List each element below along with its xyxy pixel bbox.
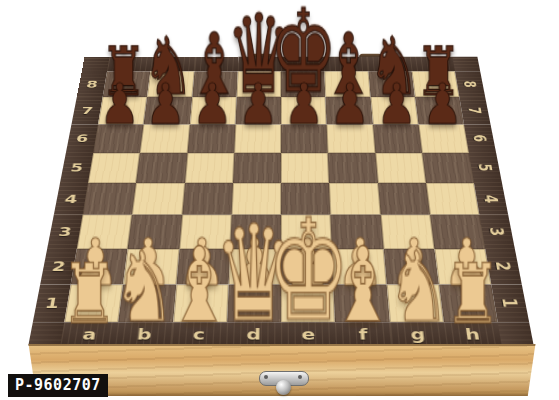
file-label-h: h [444, 322, 502, 345]
square-d7: ♟ [235, 97, 281, 124]
file-label-d: d [226, 322, 281, 345]
rank-label-right-3: 3 [479, 215, 514, 249]
board-frame [28, 322, 64, 345]
watermark-label: P-9602707 [8, 374, 108, 397]
square-h5 [422, 153, 474, 183]
rank-label-right-text: 7 [464, 107, 485, 114]
square-e8: ♚ [281, 71, 326, 97]
chess-set-photo: 8♜♞♝♛♚♝♞♜87♟♟♟♟♟♟♟♟7665544332♟♟♟♟♟♟♟♟21♜… [0, 0, 559, 400]
board-frame [410, 57, 455, 71]
square-g7: ♟ [370, 97, 418, 124]
square-f2: ♟ [332, 249, 386, 285]
square-c6 [187, 124, 235, 153]
square-c5 [185, 153, 235, 183]
board-frame [324, 57, 368, 71]
square-a7: ♟ [98, 97, 147, 124]
board-scene: 8♜♞♝♛♚♝♞♜87♟♟♟♟♟♟♟♟7665544332♟♟♟♟♟♟♟♟21♜… [0, 0, 559, 400]
square-f3 [331, 215, 383, 249]
file-label-e: e [281, 322, 336, 345]
square-g4 [378, 183, 430, 215]
file-label-c: c [171, 322, 227, 345]
square-b4 [132, 183, 184, 215]
square-a8: ♜ [103, 71, 151, 97]
square-d1: ♛ [227, 284, 281, 322]
square-g8: ♞ [368, 71, 415, 97]
board-frame [151, 57, 196, 71]
square-c4 [182, 183, 233, 215]
file-label-b: b [115, 322, 172, 345]
rank-label-right-text: 2 [491, 262, 515, 271]
board-frame [107, 57, 152, 71]
rank-label-right-text: 4 [480, 195, 503, 203]
square-g6 [372, 124, 421, 153]
square-d5 [233, 153, 281, 183]
square-d4 [231, 183, 281, 215]
square-e3 [281, 215, 332, 249]
square-f4 [329, 183, 380, 215]
square-c2: ♟ [176, 249, 230, 285]
square-a3 [77, 215, 132, 249]
square-a6 [93, 124, 144, 153]
board-frame [498, 322, 534, 345]
square-g1: ♞ [386, 284, 443, 322]
square-b8: ♞ [147, 71, 194, 97]
screw-icon [264, 375, 268, 379]
square-h7: ♟ [415, 97, 464, 124]
rank-label-right-5: 5 [469, 153, 502, 183]
square-f7: ♟ [326, 97, 373, 124]
board-frame [281, 57, 324, 71]
square-b7: ♟ [144, 97, 192, 124]
rank-label-right-6: 6 [464, 124, 496, 153]
square-d6 [234, 124, 281, 153]
board-frame [452, 57, 480, 71]
square-e4 [281, 183, 331, 215]
square-h2: ♟ [434, 249, 491, 285]
rank-label-right-text: 6 [469, 135, 491, 142]
square-h3 [430, 215, 485, 249]
file-label-f: f [335, 322, 391, 345]
square-c1: ♝ [173, 284, 229, 322]
board-frame [238, 57, 281, 71]
rank-label-right-4: 4 [474, 183, 508, 215]
square-d2: ♟ [228, 249, 281, 285]
clasp-knob-icon [276, 380, 291, 395]
square-g3 [380, 215, 434, 249]
square-h1: ♜ [439, 284, 498, 322]
square-a5 [88, 153, 140, 183]
square-b5 [136, 153, 187, 183]
square-f6 [327, 124, 375, 153]
square-b6 [140, 124, 189, 153]
square-e5 [281, 153, 329, 183]
rank-label-right-1: 1 [491, 284, 529, 322]
square-b2: ♟ [123, 249, 179, 285]
square-e2: ♟ [281, 249, 334, 285]
clasp [259, 370, 307, 398]
rank-label-right-text: 8 [460, 81, 480, 88]
board-frame [367, 57, 412, 71]
board-frame [82, 57, 110, 71]
square-c3 [179, 215, 231, 249]
rank-label-right-7: 7 [459, 97, 490, 124]
square-d3 [230, 215, 281, 249]
square-d8: ♛ [236, 71, 281, 97]
square-e6 [281, 124, 328, 153]
square-c7: ♟ [190, 97, 237, 124]
square-g2: ♟ [383, 249, 439, 285]
rank-label-right-text: 1 [497, 298, 522, 308]
screw-icon [298, 375, 302, 379]
square-a4 [83, 183, 137, 215]
rank-label-right-2: 2 [485, 249, 522, 285]
rank-label-right-text: 3 [485, 227, 509, 236]
square-b3 [128, 215, 182, 249]
square-f1: ♝ [334, 284, 390, 322]
square-c8: ♝ [192, 71, 238, 97]
square-f5 [328, 153, 378, 183]
square-e7: ♟ [281, 97, 327, 124]
square-h8: ♜ [411, 71, 459, 97]
board-frame [194, 57, 238, 71]
square-b1: ♞ [118, 284, 175, 322]
rank-label-right-text: 5 [474, 164, 496, 172]
square-g5 [375, 153, 426, 183]
square-f8: ♝ [324, 71, 370, 97]
square-e1: ♚ [281, 284, 335, 322]
square-a1: ♜ [64, 284, 123, 322]
square-h6 [418, 124, 469, 153]
file-label-a: a [60, 322, 118, 345]
square-a2: ♟ [71, 249, 128, 285]
file-label-g: g [389, 322, 446, 345]
square-h4 [426, 183, 480, 215]
rank-label-right-8: 8 [455, 71, 485, 97]
board-grid: 8♜♞♝♛♚♝♞♜87♟♟♟♟♟♟♟♟7665544332♟♟♟♟♟♟♟♟21♜… [28, 57, 533, 346]
